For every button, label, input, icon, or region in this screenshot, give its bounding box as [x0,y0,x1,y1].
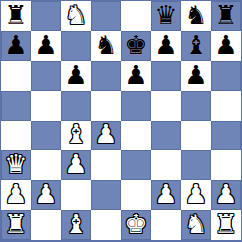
square-c3[interactable]: ♟ [61,150,91,180]
white-pawn-f2[interactable]: ♟ [154,181,177,207]
square-d6[interactable] [91,61,121,91]
black-rook-h8[interactable]: ♜ [214,2,237,28]
square-c5[interactable] [61,91,91,121]
square-e1[interactable]: ♚ [121,210,151,240]
square-g2[interactable]: ♟ [181,180,211,210]
square-b4[interactable] [31,121,61,151]
black-rook-a8[interactable]: ♜ [4,2,27,28]
square-g4[interactable] [181,121,211,151]
square-e2[interactable] [121,180,151,210]
white-knight-c8[interactable]: ♞ [64,2,87,28]
black-bishop-g7[interactable]: ♝ [184,32,207,58]
white-pawn-h2[interactable]: ♟ [214,181,237,207]
white-bishop-c1[interactable]: ♝ [64,211,87,237]
square-b5[interactable] [31,91,61,121]
black-pawn-f7[interactable]: ♟ [154,32,177,58]
square-e8[interactable] [121,1,151,31]
white-king-e1[interactable]: ♚ [124,211,147,237]
square-b6[interactable] [31,61,61,91]
white-rook-h1[interactable]: ♜ [214,211,237,237]
square-b8[interactable] [31,1,61,31]
black-pawn-c6[interactable]: ♟ [64,62,87,88]
square-b3[interactable] [31,150,61,180]
square-a6[interactable] [1,61,31,91]
square-g6[interactable]: ♟ [181,61,211,91]
square-d7[interactable]: ♞ [91,31,121,61]
square-g5[interactable] [181,91,211,121]
black-pawn-e6[interactable]: ♟ [124,62,147,88]
square-b2[interactable]: ♟ [31,180,61,210]
square-d4[interactable]: ♟ [91,121,121,151]
square-c6[interactable]: ♟ [61,61,91,91]
square-a3[interactable]: ♛ [1,150,31,180]
square-h3[interactable] [211,150,241,180]
square-a1[interactable]: ♜ [1,210,31,240]
square-a8[interactable]: ♜ [1,1,31,31]
black-pawn-g6[interactable]: ♟ [184,62,207,88]
white-rook-a1[interactable]: ♜ [4,211,27,237]
square-c8[interactable]: ♞ [61,1,91,31]
square-h4[interactable] [211,121,241,151]
square-b1[interactable] [31,210,61,240]
square-a4[interactable] [1,121,31,151]
square-h8[interactable]: ♜ [211,1,241,31]
square-a5[interactable] [1,91,31,121]
square-a7[interactable]: ♟ [1,31,31,61]
square-d3[interactable] [91,150,121,180]
square-f5[interactable] [151,91,181,121]
square-g1[interactable]: ♞ [181,210,211,240]
white-pawn-b2[interactable]: ♟ [34,181,57,207]
square-f1[interactable] [151,210,181,240]
square-a2[interactable]: ♟ [1,180,31,210]
white-queen-a3[interactable]: ♛ [4,151,27,177]
square-g3[interactable] [181,150,211,180]
white-bishop-c4[interactable]: ♝ [64,121,87,147]
square-e7[interactable]: ♚ [121,31,151,61]
square-f2[interactable]: ♟ [151,180,181,210]
square-e4[interactable] [121,121,151,151]
chess-board: ♜♞♛♞♜♟♟♞♚♟♝♟♟♟♟♝♟♛♟♟♟♟♟♟♜♝♚♞♜ [0,0,242,242]
square-d2[interactable] [91,180,121,210]
black-pawn-h7[interactable]: ♟ [214,32,237,58]
black-knight-g8[interactable]: ♞ [184,2,207,28]
square-g8[interactable]: ♞ [181,1,211,31]
square-c2[interactable] [61,180,91,210]
square-f8[interactable]: ♛ [151,1,181,31]
square-c1[interactable]: ♝ [61,210,91,240]
white-pawn-c3[interactable]: ♟ [64,151,87,177]
square-h1[interactable]: ♜ [211,210,241,240]
square-f3[interactable] [151,150,181,180]
square-h2[interactable]: ♟ [211,180,241,210]
chess-board-wrapper: ♜♞♛♞♜♟♟♞♚♟♝♟♟♟♟♝♟♛♟♟♟♟♟♟♜♝♚♞♜ [0,0,242,242]
square-c4[interactable]: ♝ [61,121,91,151]
square-g7[interactable]: ♝ [181,31,211,61]
square-b7[interactable]: ♟ [31,31,61,61]
square-e5[interactable] [121,91,151,121]
square-h6[interactable] [211,61,241,91]
black-queen-f8[interactable]: ♛ [154,2,177,28]
white-pawn-d4[interactable]: ♟ [94,121,117,147]
black-pawn-b7[interactable]: ♟ [34,32,57,58]
square-h7[interactable]: ♟ [211,31,241,61]
square-f6[interactable] [151,61,181,91]
white-pawn-g2[interactable]: ♟ [184,181,207,207]
white-knight-g1[interactable]: ♞ [184,211,207,237]
white-pawn-a2[interactable]: ♟ [4,181,27,207]
square-d1[interactable] [91,210,121,240]
square-c7[interactable] [61,31,91,61]
square-f4[interactable] [151,121,181,151]
square-d8[interactable] [91,1,121,31]
square-h5[interactable] [211,91,241,121]
square-e3[interactable] [121,150,151,180]
black-pawn-a7[interactable]: ♟ [4,32,27,58]
black-knight-d7[interactable]: ♞ [94,32,117,58]
square-d5[interactable] [91,91,121,121]
square-e6[interactable]: ♟ [121,61,151,91]
square-f7[interactable]: ♟ [151,31,181,61]
black-king-e7[interactable]: ♚ [124,32,147,58]
